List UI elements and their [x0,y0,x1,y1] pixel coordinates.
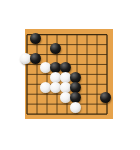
intersection-c1r7[interactable] [22,89,32,99]
intersection-c6r1[interactable] [72,30,82,40]
intersection-c6r3[interactable] [72,50,82,60]
intersection-c8r6[interactable] [92,79,102,89]
intersection-c7r4[interactable] [82,59,92,69]
intersection-c1r6[interactable] [22,79,32,89]
intersection-c7r8[interactable] [82,99,92,109]
intersection-c9r1[interactable] [102,30,112,40]
intersection-c8r2[interactable] [92,40,102,50]
intersection-c5r3[interactable] [62,50,72,60]
intersection-c9r9[interactable] [102,109,112,119]
intersection-c1r8[interactable] [22,99,32,109]
intersection-c6r4[interactable] [72,59,82,69]
intersection-c4r9[interactable] [52,109,62,119]
intersection-c3r8[interactable] [42,99,52,109]
intersection-c2r9[interactable] [32,109,42,119]
intersection-c7r2[interactable] [82,40,92,50]
intersection-c9r5[interactable] [102,69,112,79]
intersection-c9r2[interactable] [102,40,112,50]
black-stone-c2r1[interactable] [30,33,41,44]
intersection-c3r9[interactable] [42,109,52,119]
intersection-c7r1[interactable] [82,30,92,40]
intersection-c8r4[interactable] [92,59,102,69]
intersection-c8r5[interactable] [92,69,102,79]
intersection-c4r1[interactable] [52,30,62,40]
intersection-c5r1[interactable] [62,30,72,40]
intersection-c9r6[interactable] [102,79,112,89]
intersection-c7r9[interactable] [82,109,92,119]
intersection-c5r2[interactable] [62,40,72,50]
go-board [25,29,113,119]
intersection-c1r9[interactable] [22,109,32,119]
black-stone-c4r2[interactable] [50,43,61,54]
intersection-c8r9[interactable] [92,109,102,119]
intersection-c8r3[interactable] [92,50,102,60]
intersection-c3r1[interactable] [42,30,52,40]
intersection-c7r7[interactable] [82,89,92,99]
intersection-c1r5[interactable] [22,69,32,79]
intersection-c6r2[interactable] [72,40,82,50]
intersection-c7r6[interactable] [82,79,92,89]
screenshot-root [0,0,140,150]
intersection-c8r1[interactable] [92,30,102,40]
intersection-c9r3[interactable] [102,50,112,60]
intersection-c9r4[interactable] [102,59,112,69]
black-stone-c2r3[interactable] [30,53,41,64]
intersection-c7r5[interactable] [82,69,92,79]
intersection-c7r3[interactable] [82,50,92,60]
intersection-c2r8[interactable] [32,99,42,109]
